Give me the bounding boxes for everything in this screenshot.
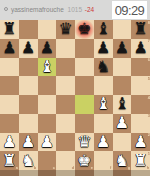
square-a6[interactable] xyxy=(0,58,19,77)
square-g4[interactable]: ♝ xyxy=(113,95,132,114)
player-status-icon xyxy=(4,7,8,11)
board-edge-cell xyxy=(56,170,75,176)
coord-rank-2: 2 xyxy=(147,133,149,137)
coord-rank-8: 8 xyxy=(147,21,149,25)
board-bottom-edge xyxy=(0,170,150,176)
square-g1[interactable]: ♞g xyxy=(113,151,132,170)
coord-rank-5: 5 xyxy=(147,77,149,81)
board-edge-cell xyxy=(94,170,113,176)
square-a7[interactable]: ♟ xyxy=(0,39,19,58)
square-a2[interactable]: ♟ xyxy=(0,133,19,152)
piece-black-rook[interactable]: ♜ xyxy=(133,20,147,38)
square-d5[interactable] xyxy=(56,76,75,95)
coord-file-d: d xyxy=(72,166,74,170)
square-g5[interactable] xyxy=(113,76,132,95)
square-d2[interactable] xyxy=(56,133,75,152)
piece-black-pawn[interactable]: ♟ xyxy=(21,39,35,57)
square-d4[interactable] xyxy=(56,95,75,114)
square-d3[interactable] xyxy=(56,114,75,133)
square-h2[interactable]: ♟2 xyxy=(131,133,150,152)
square-e7[interactable] xyxy=(75,39,94,58)
square-e4[interactable] xyxy=(75,95,94,114)
square-f3[interactable] xyxy=(94,114,113,133)
coord-file-e: e xyxy=(91,166,93,170)
coord-file-b: b xyxy=(34,166,36,170)
board-edge-cell xyxy=(131,170,150,176)
board-edge-cell xyxy=(113,170,132,176)
square-c4[interactable] xyxy=(38,95,57,114)
coord-rank-3: 3 xyxy=(147,114,149,118)
coord-file-c: c xyxy=(53,166,55,170)
square-c5[interactable] xyxy=(38,76,57,95)
square-h7[interactable]: ♟7 xyxy=(131,39,150,58)
piece-black-pawn[interactable]: ♟ xyxy=(133,39,147,57)
square-f6[interactable]: ♞ xyxy=(94,58,113,77)
square-c3[interactable] xyxy=(38,114,57,133)
piece-black-queen[interactable]: ♛ xyxy=(58,20,72,38)
square-c7[interactable]: ♟ xyxy=(38,39,57,58)
piece-black-pawn[interactable]: ♟ xyxy=(115,39,129,57)
piece-white-rook[interactable]: ♜ xyxy=(2,152,16,170)
square-e5[interactable] xyxy=(75,76,94,95)
square-h8[interactable]: ♜8 xyxy=(131,20,150,39)
square-g3[interactable]: ♟ xyxy=(113,114,132,133)
square-d8[interactable]: ♛ xyxy=(56,20,75,39)
square-h4[interactable]: 4 xyxy=(131,95,150,114)
square-d6[interactable] xyxy=(56,58,75,77)
coord-rank-1: 1 xyxy=(147,152,149,156)
square-a3[interactable] xyxy=(0,114,19,133)
piece-white-queen[interactable]: ♛ xyxy=(77,133,91,151)
square-b3[interactable] xyxy=(19,114,38,133)
opponent-name: yassinemafrouche xyxy=(11,6,64,13)
coord-rank-7: 7 xyxy=(147,39,149,43)
opponent-bar: yassinemafrouche 1015 -24 09:29 xyxy=(0,0,150,20)
square-f7[interactable]: ♟ xyxy=(94,39,113,58)
square-g2[interactable] xyxy=(113,133,132,152)
piece-black-pawn[interactable]: ♟ xyxy=(96,39,110,57)
square-h3[interactable]: 3 xyxy=(131,114,150,133)
square-g6[interactable] xyxy=(113,58,132,77)
square-b7[interactable]: ♟ xyxy=(19,39,38,58)
opponent-rating: 1015 xyxy=(68,6,82,13)
opponent-clock-time: 09:29 xyxy=(115,3,145,18)
square-g8[interactable] xyxy=(113,20,132,39)
piece-white-pawn[interactable]: ♟ xyxy=(96,133,110,151)
opponent-info: yassinemafrouche 1015 -24 xyxy=(11,6,94,14)
board-edge-cell xyxy=(19,170,38,176)
chess-board[interactable]: ♜♛♚♝♜8♟♟♟♟♟♟7♝♞65♝♝4♟3♟♟♟♛♟♟2♜a♞bcd♚ef♞g… xyxy=(0,20,150,170)
piece-white-king[interactable]: ♚ xyxy=(77,152,91,170)
square-d7[interactable] xyxy=(56,39,75,58)
piece-white-pawn[interactable]: ♟ xyxy=(2,133,16,151)
piece-black-rook[interactable]: ♜ xyxy=(2,20,16,38)
piece-white-bishop[interactable]: ♝ xyxy=(96,95,110,113)
piece-black-pawn[interactable]: ♟ xyxy=(2,39,16,57)
square-h6[interactable]: 6 xyxy=(131,58,150,77)
square-a4[interactable] xyxy=(0,95,19,114)
square-b2[interactable]: ♟ xyxy=(19,133,38,152)
square-f2[interactable]: ♟ xyxy=(94,133,113,152)
square-b8[interactable] xyxy=(19,20,38,39)
square-d1[interactable]: d xyxy=(56,151,75,170)
opponent-clock: 09:29 xyxy=(112,1,147,19)
square-c6[interactable]: ♝ xyxy=(38,58,57,77)
piece-white-pawn[interactable]: ♟ xyxy=(21,133,35,151)
piece-white-pawn[interactable]: ♟ xyxy=(40,133,54,151)
square-a1[interactable]: ♜a xyxy=(0,151,19,170)
coord-file-h: h xyxy=(147,166,149,170)
piece-white-bishop[interactable]: ♝ xyxy=(40,58,54,76)
piece-white-pawn[interactable]: ♟ xyxy=(133,133,147,151)
square-b5[interactable] xyxy=(19,76,38,95)
board-edge-cell xyxy=(75,170,94,176)
piece-white-rook[interactable]: ♜ xyxy=(133,152,147,170)
piece-black-knight[interactable]: ♞ xyxy=(96,58,110,76)
coord-file-g: g xyxy=(128,166,130,170)
piece-black-bishop[interactable]: ♝ xyxy=(96,20,110,38)
square-e1[interactable]: ♚e xyxy=(75,151,94,170)
square-f5[interactable] xyxy=(94,76,113,95)
square-c8[interactable] xyxy=(38,20,57,39)
square-g7[interactable]: ♟ xyxy=(113,39,132,58)
square-a5[interactable] xyxy=(0,76,19,95)
piece-black-bishop[interactable]: ♝ xyxy=(115,95,129,113)
square-f4[interactable]: ♝ xyxy=(94,95,113,114)
piece-black-king[interactable]: ♚ xyxy=(77,20,91,38)
opponent-rating-diff: -24 xyxy=(85,6,94,13)
coord-file-f: f xyxy=(110,166,111,170)
coord-rank-6: 6 xyxy=(147,58,149,62)
square-c1[interactable]: c xyxy=(38,151,57,170)
board-edge-cell xyxy=(0,170,19,176)
square-b4[interactable] xyxy=(19,95,38,114)
square-a8[interactable]: ♜ xyxy=(0,20,19,39)
piece-black-pawn[interactable]: ♟ xyxy=(40,39,54,57)
square-h5[interactable]: 5 xyxy=(131,76,150,95)
square-b6[interactable] xyxy=(19,58,38,77)
coord-file-a: a xyxy=(16,166,18,170)
square-f1[interactable]: f xyxy=(94,151,113,170)
board-edge-cell xyxy=(38,170,57,176)
square-e2[interactable]: ♛ xyxy=(75,133,94,152)
square-h1[interactable]: ♜1h xyxy=(131,151,150,170)
square-c2[interactable]: ♟ xyxy=(38,133,57,152)
square-b1[interactable]: ♞b xyxy=(19,151,38,170)
square-f8[interactable]: ♝ xyxy=(94,20,113,39)
square-e8[interactable]: ♚ xyxy=(75,20,94,39)
piece-white-pawn[interactable]: ♟ xyxy=(115,114,129,132)
square-e3[interactable] xyxy=(75,114,94,133)
square-e6[interactable] xyxy=(75,58,94,77)
coord-rank-4: 4 xyxy=(147,96,149,100)
